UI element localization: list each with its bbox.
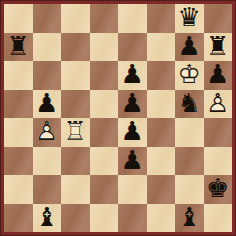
square-e4[interactable]: ♟: [118, 118, 147, 147]
square-d1[interactable]: [90, 204, 119, 233]
square-f3[interactable]: [147, 147, 176, 176]
square-b6[interactable]: [33, 61, 62, 90]
square-h7[interactable]: ♜: [204, 33, 233, 62]
black-piece-glyph: ♜: [204, 33, 233, 59]
square-b1[interactable]: ♝: [33, 204, 62, 233]
black-bishop[interactable]: ♝: [175, 204, 204, 233]
black-knight[interactable]: ♞: [175, 90, 204, 119]
square-e2[interactable]: [118, 175, 147, 204]
square-d8[interactable]: [90, 4, 119, 33]
board-frame: ♛♜♟♜♟♚♔♟♟♟♞♟♙♟♙♜♖♟♟♚♝♝: [0, 0, 236, 236]
white-pawn[interactable]: ♟♙: [33, 118, 62, 147]
square-d6[interactable]: [90, 61, 119, 90]
black-piece-glyph: ♟: [118, 90, 147, 116]
black-pawn[interactable]: ♟: [33, 90, 62, 119]
square-h6[interactable]: ♟: [204, 61, 233, 90]
square-a4[interactable]: [4, 118, 33, 147]
square-a8[interactable]: [4, 4, 33, 33]
square-g1[interactable]: ♝: [175, 204, 204, 233]
black-bishop[interactable]: ♝: [33, 204, 62, 233]
white-piece-outline: ♙: [204, 90, 233, 116]
square-d2[interactable]: [90, 175, 119, 204]
black-queen[interactable]: ♛: [175, 4, 204, 33]
square-c1[interactable]: [61, 204, 90, 233]
white-pawn[interactable]: ♟♙: [204, 90, 233, 119]
square-g8[interactable]: ♛: [175, 4, 204, 33]
square-d7[interactable]: [90, 33, 119, 62]
black-piece-glyph: ♛: [175, 4, 204, 30]
square-e5[interactable]: ♟: [118, 90, 147, 119]
square-h8[interactable]: [204, 4, 233, 33]
square-c8[interactable]: [61, 4, 90, 33]
square-a2[interactable]: [4, 175, 33, 204]
square-b7[interactable]: [33, 33, 62, 62]
square-f7[interactable]: [147, 33, 176, 62]
square-c4[interactable]: ♜♖: [61, 118, 90, 147]
black-pawn[interactable]: ♟: [118, 61, 147, 90]
square-g6[interactable]: ♚♔: [175, 61, 204, 90]
square-d5[interactable]: [90, 90, 119, 119]
chess-board: ♛♜♟♜♟♚♔♟♟♟♞♟♙♟♙♜♖♟♟♚♝♝: [4, 4, 232, 232]
square-c6[interactable]: [61, 61, 90, 90]
square-g5[interactable]: ♞: [175, 90, 204, 119]
square-h2[interactable]: ♚: [204, 175, 233, 204]
square-h3[interactable]: [204, 147, 233, 176]
black-piece-glyph: ♟: [204, 61, 233, 87]
black-piece-glyph: ♜: [4, 33, 33, 59]
black-piece-glyph: ♟: [33, 90, 62, 116]
square-c3[interactable]: [61, 147, 90, 176]
square-a3[interactable]: [4, 147, 33, 176]
black-pawn[interactable]: ♟: [118, 118, 147, 147]
black-piece-glyph: ♞: [175, 90, 204, 116]
square-b5[interactable]: ♟: [33, 90, 62, 119]
white-king[interactable]: ♚♔: [175, 61, 204, 90]
square-b3[interactable]: [33, 147, 62, 176]
white-rook[interactable]: ♜♖: [61, 118, 90, 147]
black-piece-glyph: ♟: [118, 61, 147, 87]
black-piece-glyph: ♝: [175, 204, 204, 230]
square-a5[interactable]: [4, 90, 33, 119]
black-pawn[interactable]: ♟: [118, 90, 147, 119]
white-piece-outline: ♙: [33, 118, 62, 144]
square-e3[interactable]: ♟: [118, 147, 147, 176]
square-d3[interactable]: [90, 147, 119, 176]
black-king[interactable]: ♚: [204, 175, 233, 204]
black-pawn[interactable]: ♟: [118, 147, 147, 176]
square-c7[interactable]: [61, 33, 90, 62]
square-b8[interactable]: [33, 4, 62, 33]
square-g4[interactable]: [175, 118, 204, 147]
square-g7[interactable]: ♟: [175, 33, 204, 62]
square-c5[interactable]: [61, 90, 90, 119]
square-a6[interactable]: [4, 61, 33, 90]
black-piece-glyph: ♝: [33, 204, 62, 230]
black-piece-glyph: ♚: [204, 175, 233, 201]
square-e1[interactable]: [118, 204, 147, 233]
square-e6[interactable]: ♟: [118, 61, 147, 90]
black-piece-glyph: ♟: [175, 33, 204, 59]
black-rook[interactable]: ♜: [204, 33, 233, 62]
square-h4[interactable]: [204, 118, 233, 147]
square-f2[interactable]: [147, 175, 176, 204]
square-h5[interactable]: ♟♙: [204, 90, 233, 119]
square-f1[interactable]: [147, 204, 176, 233]
square-b4[interactable]: ♟♙: [33, 118, 62, 147]
square-e7[interactable]: [118, 33, 147, 62]
square-f6[interactable]: [147, 61, 176, 90]
black-pawn[interactable]: ♟: [175, 33, 204, 62]
square-d4[interactable]: [90, 118, 119, 147]
square-f4[interactable]: [147, 118, 176, 147]
square-f8[interactable]: [147, 4, 176, 33]
square-h1[interactable]: [204, 204, 233, 233]
square-f5[interactable]: [147, 90, 176, 119]
black-piece-glyph: ♟: [118, 147, 147, 173]
white-piece-outline: ♔: [175, 61, 204, 87]
black-pawn[interactable]: ♟: [204, 61, 233, 90]
square-g2[interactable]: [175, 175, 204, 204]
black-rook[interactable]: ♜: [4, 33, 33, 62]
black-piece-glyph: ♟: [118, 118, 147, 144]
square-a7[interactable]: ♜: [4, 33, 33, 62]
square-b2[interactable]: [33, 175, 62, 204]
square-g3[interactable]: [175, 147, 204, 176]
white-piece-outline: ♖: [61, 118, 90, 144]
square-a1[interactable]: [4, 204, 33, 233]
square-c2[interactable]: [61, 175, 90, 204]
square-e8[interactable]: [118, 4, 147, 33]
